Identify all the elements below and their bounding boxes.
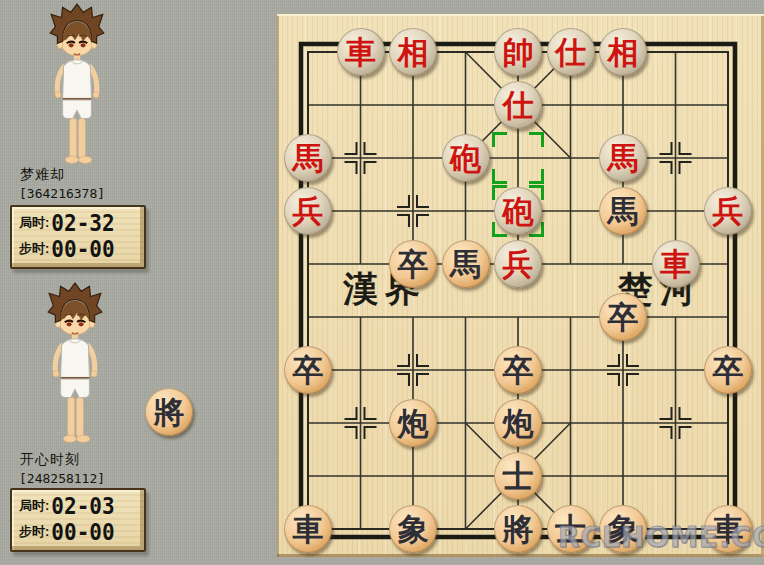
piece-black-炮[interactable]: 炮 — [389, 399, 437, 447]
player-bottom-name: 开心时刻 — [20, 451, 80, 469]
piece-black-馬[interactable]: 馬 — [442, 240, 490, 288]
player-top-id: [364216378] — [19, 186, 105, 201]
player-bottom-clock: 局时: 02-03 步时: 00-00 — [10, 488, 146, 552]
piece-red-馬[interactable]: 馬 — [599, 134, 647, 182]
piece-red-兵[interactable]: 兵 — [494, 240, 542, 288]
piece-black-卒[interactable]: 卒 — [704, 346, 752, 394]
piece-red-兵[interactable]: 兵 — [284, 187, 332, 235]
player-top-avatar — [44, 2, 110, 165]
move-time-value: 00-00 — [51, 519, 114, 545]
piece-black-車[interactable]: 車 — [704, 505, 752, 553]
game-time-label: 局时: — [19, 497, 49, 515]
piece-red-車[interactable]: 車 — [652, 240, 700, 288]
piece-red-車[interactable]: 車 — [337, 28, 385, 76]
last-move-from-marker — [492, 132, 544, 184]
piece-black-卒[interactable]: 卒 — [284, 346, 332, 394]
move-time-label: 步时: — [19, 240, 49, 258]
piece-red-帥[interactable]: 帥 — [494, 28, 542, 76]
piece-black-士[interactable]: 士 — [494, 452, 542, 500]
piece-red-相[interactable]: 相 — [599, 28, 647, 76]
piece-black-卒[interactable]: 卒 — [389, 240, 437, 288]
piece-black-卒[interactable]: 卒 — [494, 346, 542, 394]
game-time-label: 局时: — [19, 214, 49, 232]
piece-red-馬[interactable]: 馬 — [284, 134, 332, 182]
side-indicator-black-general: 將 — [145, 388, 193, 436]
xiangqi-board[interactable]: 漢界 楚河 車相帥仕相仕馬砲馬兵砲馬兵卒馬兵車卒卒卒卒炮炮士車象將士象車 RCL… — [277, 14, 764, 557]
move-time-value: 00-00 — [51, 236, 114, 262]
piece-red-砲[interactable]: 砲 — [494, 187, 542, 235]
player-top-clock: 局时: 02-32 步时: 00-00 — [10, 205, 146, 269]
piece-black-象[interactable]: 象 — [599, 505, 647, 553]
piece-layer: 車相帥仕相仕馬砲馬兵砲馬兵卒馬兵車卒卒卒卒炮炮士車象將士象車 — [277, 14, 764, 557]
game-time-value: 02-03 — [51, 493, 114, 519]
game-time-value: 02-32 — [51, 210, 114, 236]
move-time-label: 步时: — [19, 523, 49, 541]
piece-red-仕[interactable]: 仕 — [494, 81, 542, 129]
piece-black-將[interactable]: 將 — [494, 505, 542, 553]
piece-red-相[interactable]: 相 — [389, 28, 437, 76]
piece-black-馬[interactable]: 馬 — [599, 187, 647, 235]
piece-black-象[interactable]: 象 — [389, 505, 437, 553]
player-bottom-id: [248258112] — [19, 471, 105, 486]
piece-black-炮[interactable]: 炮 — [494, 399, 542, 447]
piece-black-卒[interactable]: 卒 — [599, 293, 647, 341]
player-top-name: 梦难却 — [20, 166, 65, 184]
piece-red-兵[interactable]: 兵 — [704, 187, 752, 235]
piece-black-車[interactable]: 車 — [284, 505, 332, 553]
piece-black-士[interactable]: 士 — [547, 505, 595, 553]
player-bottom-avatar — [42, 281, 108, 444]
piece-red-仕[interactable]: 仕 — [547, 28, 595, 76]
piece-red-砲[interactable]: 砲 — [442, 134, 490, 182]
